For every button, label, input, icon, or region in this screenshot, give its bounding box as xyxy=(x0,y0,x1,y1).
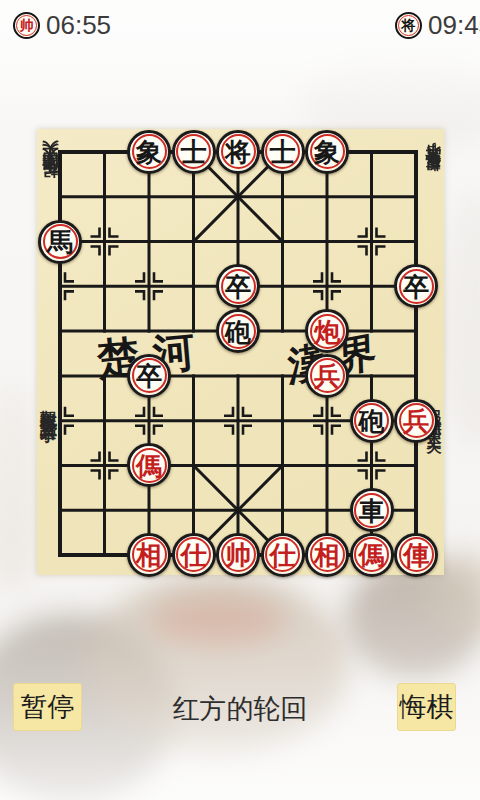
piece-label: 士 xyxy=(270,138,296,165)
board-point-3-7[interactable] xyxy=(171,443,216,488)
board-point-7-8[interactable]: 車 xyxy=(349,488,394,533)
board-point-6-3[interactable] xyxy=(305,264,350,309)
board-point-3-0[interactable]: 士 xyxy=(171,130,216,175)
board-point-5-7[interactable] xyxy=(260,443,305,488)
board-point-5-9[interactable]: 仕 xyxy=(260,533,305,578)
board-point-5-8[interactable] xyxy=(260,488,305,533)
piece-label: 砲 xyxy=(359,407,385,434)
board-point-7-1[interactable] xyxy=(349,174,394,219)
board-point-0-9[interactable] xyxy=(38,533,83,578)
board-point-7-2[interactable] xyxy=(349,219,394,264)
piece-label: 帅 xyxy=(225,541,251,568)
board-point-8-3[interactable]: 卒 xyxy=(394,264,439,309)
black-general-icon: 将 xyxy=(395,12,422,39)
board-point-5-2[interactable] xyxy=(260,219,305,264)
board-point-1-5[interactable] xyxy=(82,353,127,398)
piece-black-cannon[interactable]: 砲 xyxy=(216,309,260,353)
board-point-8-5[interactable] xyxy=(394,353,439,398)
board-point-8-2[interactable] xyxy=(394,219,439,264)
board-point-1-6[interactable] xyxy=(82,398,127,443)
piece-label: 炮 xyxy=(314,318,340,345)
board-point-0-1[interactable] xyxy=(38,174,83,219)
red-general-icon-char: 帅 xyxy=(20,18,34,32)
board-point-1-4[interactable] xyxy=(82,309,127,354)
xiangqi-app: 帅 06:55 将 09:45 起手無回大丈夫 觀棋不語真君子 觀棋不語真君子 … xyxy=(0,0,480,800)
board-point-4-5[interactable] xyxy=(216,353,261,398)
piece-label: 兵 xyxy=(403,407,429,434)
board-point-2-1[interactable] xyxy=(127,174,172,219)
board-point-6-8[interactable] xyxy=(305,488,350,533)
board-point-0-8[interactable] xyxy=(38,488,83,533)
piece-label: 士 xyxy=(181,138,207,165)
piece-red-advisor[interactable]: 仕 xyxy=(261,533,305,577)
board-point-4-0[interactable]: 将 xyxy=(216,130,261,175)
board-point-7-3[interactable] xyxy=(349,264,394,309)
board-point-4-9[interactable]: 帅 xyxy=(216,533,261,578)
board-point-4-7[interactable] xyxy=(216,443,261,488)
board-point-8-6[interactable]: 兵 xyxy=(394,398,439,443)
piece-black-general[interactable]: 将 xyxy=(216,130,260,174)
piece-red-chariot[interactable]: 俥 xyxy=(394,533,438,577)
piece-label: 相 xyxy=(314,541,340,568)
board-point-1-8[interactable] xyxy=(82,488,127,533)
piece-black-chariot[interactable]: 車 xyxy=(350,488,394,532)
piece-label: 兵 xyxy=(314,362,340,389)
red-clock: 帅 06:55 xyxy=(13,10,111,40)
undo-button[interactable]: 悔棋 xyxy=(397,683,456,731)
board-point-4-3[interactable]: 卒 xyxy=(216,264,261,309)
piece-red-advisor[interactable]: 仕 xyxy=(172,533,216,577)
board-point-0-0[interactable] xyxy=(38,130,83,175)
board-point-7-4[interactable] xyxy=(349,309,394,354)
board-point-1-0[interactable] xyxy=(82,130,127,175)
piece-red-soldier[interactable]: 兵 xyxy=(305,354,349,398)
piece-label: 仕 xyxy=(181,541,207,568)
board-point-2-4[interactable] xyxy=(127,309,172,354)
piece-label: 馬 xyxy=(47,228,73,255)
black-general-icon-char: 将 xyxy=(402,18,416,32)
piece-red-elephant[interactable]: 相 xyxy=(305,533,349,577)
piece-black-elephant[interactable]: 象 xyxy=(305,130,349,174)
board-point-0-7[interactable] xyxy=(38,443,83,488)
piece-black-advisor[interactable]: 士 xyxy=(261,130,305,174)
board-point-8-4[interactable] xyxy=(394,309,439,354)
board-point-3-9[interactable]: 仕 xyxy=(171,533,216,578)
piece-label: 卒 xyxy=(136,362,162,389)
piece-black-soldier[interactable]: 卒 xyxy=(216,264,260,308)
board-grid: 象士将士象馬卒卒砲炮卒兵砲兵傌車相仕帅仕相傌俥 xyxy=(38,130,439,578)
board-point-7-6[interactable]: 砲 xyxy=(349,398,394,443)
red-general-icon: 帅 xyxy=(13,12,40,39)
red-clock-time: 06:55 xyxy=(46,10,111,41)
piece-label: 相 xyxy=(136,541,162,568)
board-point-8-8[interactable] xyxy=(394,488,439,533)
piece-label: 傌 xyxy=(359,541,385,568)
piece-label: 卒 xyxy=(403,273,429,300)
board-point-6-7[interactable] xyxy=(305,443,350,488)
board-point-7-5[interactable] xyxy=(349,353,394,398)
board-point-8-7[interactable] xyxy=(394,443,439,488)
piece-label: 象 xyxy=(136,138,162,165)
board-point-1-3[interactable] xyxy=(82,264,127,309)
board-point-5-6[interactable] xyxy=(260,398,305,443)
piece-label: 卒 xyxy=(225,273,251,300)
piece-label: 象 xyxy=(314,138,340,165)
board-point-8-1[interactable] xyxy=(394,174,439,219)
piece-red-general[interactable]: 帅 xyxy=(216,533,260,577)
board-point-3-6[interactable] xyxy=(171,398,216,443)
board-point-1-9[interactable] xyxy=(82,533,127,578)
board-point-0-3[interactable] xyxy=(38,264,83,309)
piece-red-horse[interactable]: 傌 xyxy=(350,533,394,577)
board-point-2-3[interactable] xyxy=(127,264,172,309)
board-point-3-3[interactable] xyxy=(171,264,216,309)
board-point-5-1[interactable] xyxy=(260,174,305,219)
board-point-0-5[interactable] xyxy=(38,353,83,398)
board-point-3-8[interactable] xyxy=(171,488,216,533)
xiangqi-board: 起手無回大丈夫 觀棋不語真君子 觀棋不語真君子 起手無回大丈夫 楚河 漢界 象士… xyxy=(37,129,444,575)
board-point-6-1[interactable] xyxy=(305,174,350,219)
board-point-5-5[interactable] xyxy=(260,353,305,398)
board-point-2-0[interactable]: 象 xyxy=(127,130,172,175)
piece-black-advisor[interactable]: 士 xyxy=(172,130,216,174)
piece-black-horse[interactable]: 馬 xyxy=(38,220,82,264)
board-point-2-6[interactable] xyxy=(127,398,172,443)
board-point-6-6[interactable] xyxy=(305,398,350,443)
board-point-0-6[interactable] xyxy=(38,398,83,443)
piece-label: 仕 xyxy=(270,541,296,568)
piece-label: 俥 xyxy=(403,541,429,568)
board-point-5-4[interactable] xyxy=(260,309,305,354)
board-point-2-2[interactable] xyxy=(127,219,172,264)
board-point-2-5[interactable]: 卒 xyxy=(127,353,172,398)
piece-black-cannon[interactable]: 砲 xyxy=(350,399,394,443)
board-point-5-3[interactable] xyxy=(260,264,305,309)
piece-black-soldier[interactable]: 卒 xyxy=(127,354,171,398)
piece-label: 将 xyxy=(225,138,251,165)
board-point-4-6[interactable] xyxy=(216,398,261,443)
piece-black-elephant[interactable]: 象 xyxy=(127,130,171,174)
board-point-3-2[interactable] xyxy=(171,219,216,264)
board-point-1-1[interactable] xyxy=(82,174,127,219)
board-point-7-7[interactable] xyxy=(349,443,394,488)
board-point-4-8[interactable] xyxy=(216,488,261,533)
piece-red-cannon[interactable]: 炮 xyxy=(305,309,349,353)
board-point-6-2[interactable] xyxy=(305,219,350,264)
black-clock-time: 09:45 xyxy=(428,10,480,41)
board-point-7-0[interactable] xyxy=(349,130,394,175)
piece-black-soldier[interactable]: 卒 xyxy=(394,264,438,308)
board-point-3-4[interactable] xyxy=(171,309,216,354)
board-point-6-5[interactable]: 兵 xyxy=(305,353,350,398)
board-point-4-4[interactable]: 砲 xyxy=(216,309,261,354)
board-point-2-8[interactable] xyxy=(127,488,172,533)
board-point-7-9[interactable]: 傌 xyxy=(349,533,394,578)
board-point-6-9[interactable]: 相 xyxy=(305,533,350,578)
board-point-8-9[interactable]: 俥 xyxy=(394,533,439,578)
piece-label: 車 xyxy=(359,497,385,524)
piece-red-horse[interactable]: 傌 xyxy=(127,443,171,487)
board-point-4-1[interactable] xyxy=(216,174,261,219)
board-point-2-9[interactable]: 相 xyxy=(127,533,172,578)
board-point-5-0[interactable]: 士 xyxy=(260,130,305,175)
board-point-0-4[interactable] xyxy=(38,309,83,354)
board-point-4-2[interactable] xyxy=(216,219,261,264)
piece-label: 砲 xyxy=(225,318,251,345)
board-point-8-0[interactable] xyxy=(394,130,439,175)
board-point-3-5[interactable] xyxy=(171,353,216,398)
piece-red-soldier[interactable]: 兵 xyxy=(394,399,438,443)
board-point-6-0[interactable]: 象 xyxy=(305,130,350,175)
board-point-6-4[interactable]: 炮 xyxy=(305,309,350,354)
board-point-1-7[interactable] xyxy=(82,443,127,488)
black-clock: 将 09:45 xyxy=(395,10,480,40)
board-point-1-2[interactable] xyxy=(82,219,127,264)
board-point-2-7[interactable]: 傌 xyxy=(127,443,172,488)
piece-red-elephant[interactable]: 相 xyxy=(127,533,171,577)
board-point-3-1[interactable] xyxy=(171,174,216,219)
board-point-0-2[interactable]: 馬 xyxy=(38,219,83,264)
piece-label: 傌 xyxy=(136,452,162,479)
